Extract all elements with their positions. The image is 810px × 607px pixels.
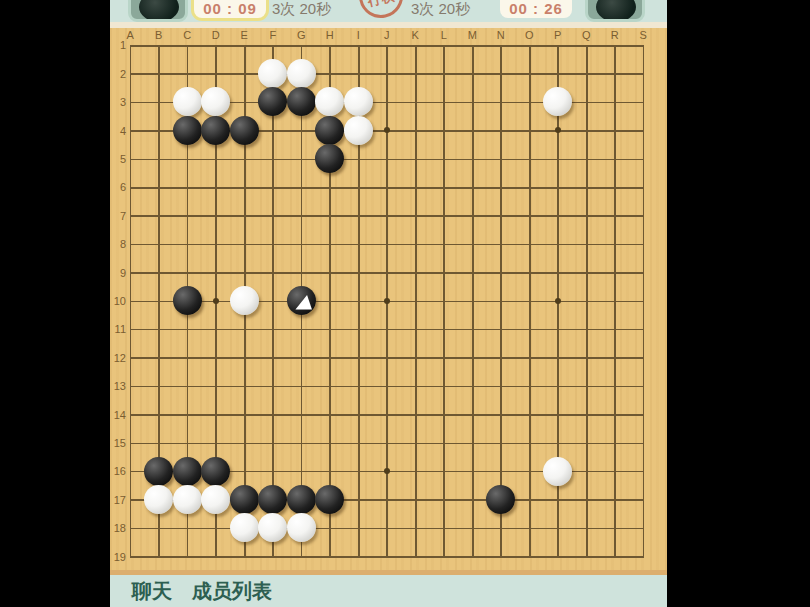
stone-black-C16 bbox=[173, 457, 202, 486]
star-point-P10 bbox=[555, 298, 561, 304]
stone-white-G18 bbox=[287, 513, 316, 542]
stone-white-P3 bbox=[543, 87, 572, 116]
stone-black-N17 bbox=[486, 485, 515, 514]
stone-white-I3 bbox=[344, 87, 373, 116]
move-phase-stamp-icon: 行棋 bbox=[355, 0, 407, 22]
black-player-timer: 00 : 09 bbox=[194, 0, 266, 18]
stone-white-F2 bbox=[258, 59, 287, 88]
stone-white-D3 bbox=[201, 87, 230, 116]
stone-white-C3 bbox=[173, 87, 202, 116]
stone-black-G10 bbox=[287, 286, 316, 315]
go-board-grid[interactable] bbox=[116, 31, 658, 570]
go-board: ABCDEFGHIJKLMNOPQRS 12345678910111213141… bbox=[110, 28, 667, 570]
white-player-avatar-icon bbox=[596, 0, 636, 22]
star-point-P4 bbox=[555, 127, 561, 133]
star-point-J10 bbox=[384, 298, 390, 304]
stone-black-B16 bbox=[144, 457, 173, 486]
bottom-bar: 聊天 成员列表 bbox=[110, 575, 667, 607]
stone-black-H4 bbox=[315, 116, 344, 145]
stone-white-G2 bbox=[287, 59, 316, 88]
stamp-text: 行棋 bbox=[366, 0, 397, 11]
stone-black-F3 bbox=[258, 87, 287, 116]
black-player-avatar-icon bbox=[139, 0, 179, 22]
stone-black-E17 bbox=[230, 485, 259, 514]
stone-black-H5 bbox=[315, 144, 344, 173]
star-point-J16 bbox=[384, 468, 390, 474]
stone-white-I4 bbox=[344, 116, 373, 145]
stone-white-E10 bbox=[230, 286, 259, 315]
star-point-D10 bbox=[213, 298, 219, 304]
app-window: 00 : 09 3次 20秒 行棋 3次 20秒 00 : 26 ABCDEFG… bbox=[110, 0, 667, 607]
star-point-J4 bbox=[384, 127, 390, 133]
stone-black-H17 bbox=[315, 485, 344, 514]
top-bar: 00 : 09 3次 20秒 行棋 3次 20秒 00 : 26 bbox=[110, 0, 667, 22]
stone-white-H3 bbox=[315, 87, 344, 116]
stone-black-G17 bbox=[287, 485, 316, 514]
stone-white-D17 bbox=[201, 485, 230, 514]
stone-white-B17 bbox=[144, 485, 173, 514]
white-player-timer: 00 : 26 bbox=[500, 0, 572, 18]
stone-black-D4 bbox=[201, 116, 230, 145]
stone-black-E4 bbox=[230, 116, 259, 145]
stone-white-P16 bbox=[543, 457, 572, 486]
chat-tab[interactable]: 聊天 bbox=[132, 578, 172, 605]
stone-white-C17 bbox=[173, 485, 202, 514]
stone-white-E18 bbox=[230, 513, 259, 542]
stone-black-C10 bbox=[173, 286, 202, 315]
white-byoyomi-label: 3次 20秒 bbox=[411, 0, 470, 17]
stone-black-G3 bbox=[287, 87, 316, 116]
white-player-avatar[interactable] bbox=[585, 0, 645, 22]
member-list-tab[interactable]: 成员列表 bbox=[192, 578, 272, 605]
black-player-avatar[interactable] bbox=[128, 0, 188, 22]
stone-black-C4 bbox=[173, 116, 202, 145]
last-move-marker bbox=[287, 286, 316, 315]
black-byoyomi-label: 3次 20秒 bbox=[272, 0, 331, 17]
stone-black-F17 bbox=[258, 485, 287, 514]
stone-white-F18 bbox=[258, 513, 287, 542]
stone-black-D16 bbox=[201, 457, 230, 486]
